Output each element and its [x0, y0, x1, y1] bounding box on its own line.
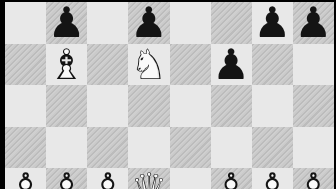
square-g3[interactable]	[252, 127, 293, 169]
square-h6[interactable]: ♟	[293, 2, 334, 44]
black-pawn[interactable]: ♟	[128, 2, 169, 44]
square-b2[interactable]: ♟♙	[46, 168, 87, 189]
black-pawn-glyph: ♟	[253, 2, 291, 44]
square-e3[interactable]	[170, 127, 211, 169]
black-pawn-glyph: ♟	[48, 2, 86, 44]
white-bishop-outline-layer: ♗	[48, 44, 86, 86]
white-knight-outline-layer: ♘	[130, 44, 168, 86]
black-pawn[interactable]: ♟	[293, 2, 334, 44]
square-d2[interactable]: ♛♕	[128, 168, 169, 189]
square-g5[interactable]	[252, 44, 293, 86]
white-pawn-outline-layer: ♙	[89, 168, 127, 189]
black-pawn[interactable]: ♟	[46, 2, 87, 44]
square-h4[interactable]	[293, 85, 334, 127]
white-knight[interactable]: ♞♘	[128, 44, 169, 86]
square-b3[interactable]	[46, 127, 87, 169]
white-queen-outline-layer: ♕	[130, 168, 168, 189]
square-g4[interactable]	[252, 85, 293, 127]
square-h3[interactable]	[293, 127, 334, 169]
square-e5[interactable]	[170, 44, 211, 86]
square-g2[interactable]: ♟♙	[252, 168, 293, 189]
white-bishop[interactable]: ♝♗	[46, 44, 87, 86]
square-f2[interactable]: ♟♙	[211, 168, 252, 189]
square-c5[interactable]	[87, 44, 128, 86]
square-a2[interactable]: ♟♙	[5, 168, 46, 189]
square-b5[interactable]: ♝♗	[46, 44, 87, 86]
white-pawn-outline-layer: ♙	[295, 168, 333, 189]
square-a4[interactable]	[5, 85, 46, 127]
square-d5[interactable]: ♞♘	[128, 44, 169, 86]
white-pawn[interactable]: ♟♙	[46, 168, 87, 189]
square-d6[interactable]: ♟	[128, 2, 169, 44]
chessboard: ♟♟♟♟♝♗♞♘♟♟♙♟♙♟♙♛♕♟♙♟♙♟♙	[5, 2, 334, 189]
square-h5[interactable]	[293, 44, 334, 86]
square-c2[interactable]: ♟♙	[87, 168, 128, 189]
white-queen[interactable]: ♛♕	[128, 168, 169, 189]
black-pawn-glyph: ♟	[295, 2, 333, 44]
square-f4[interactable]	[211, 85, 252, 127]
white-pawn-outline-layer: ♙	[48, 168, 86, 189]
white-pawn[interactable]: ♟♙	[252, 168, 293, 189]
black-pawn-glyph: ♟	[212, 44, 250, 86]
square-f3[interactable]	[211, 127, 252, 169]
white-pawn-outline-layer: ♙	[7, 168, 45, 189]
square-e4[interactable]	[170, 85, 211, 127]
white-pawn[interactable]: ♟♙	[5, 168, 46, 189]
black-pawn-glyph: ♟	[130, 2, 168, 44]
square-d4[interactable]	[128, 85, 169, 127]
square-a5[interactable]	[5, 44, 46, 86]
white-pawn-outline-layer: ♙	[253, 168, 291, 189]
white-pawn[interactable]: ♟♙	[211, 168, 252, 189]
square-a3[interactable]	[5, 127, 46, 169]
square-f6[interactable]	[211, 2, 252, 44]
white-pawn-outline-layer: ♙	[212, 168, 250, 189]
square-e2[interactable]	[170, 168, 211, 189]
square-d3[interactable]	[128, 127, 169, 169]
square-f5[interactable]: ♟	[211, 44, 252, 86]
white-pawn[interactable]: ♟♙	[87, 168, 128, 189]
black-pawn[interactable]: ♟	[252, 2, 293, 44]
white-pawn[interactable]: ♟♙	[293, 168, 334, 189]
square-c3[interactable]	[87, 127, 128, 169]
square-c4[interactable]	[87, 85, 128, 127]
square-b4[interactable]	[46, 85, 87, 127]
square-a6[interactable]	[5, 2, 46, 44]
square-h2[interactable]: ♟♙	[293, 168, 334, 189]
square-g6[interactable]: ♟	[252, 2, 293, 44]
square-e6[interactable]	[170, 2, 211, 44]
square-b6[interactable]: ♟	[46, 2, 87, 44]
square-c6[interactable]	[87, 2, 128, 44]
video-frame: ♟♟♟♟♝♗♞♘♟♟♙♟♙♟♙♛♕♟♙♟♙♟♙	[0, 0, 336, 189]
black-pawn[interactable]: ♟	[211, 44, 252, 86]
